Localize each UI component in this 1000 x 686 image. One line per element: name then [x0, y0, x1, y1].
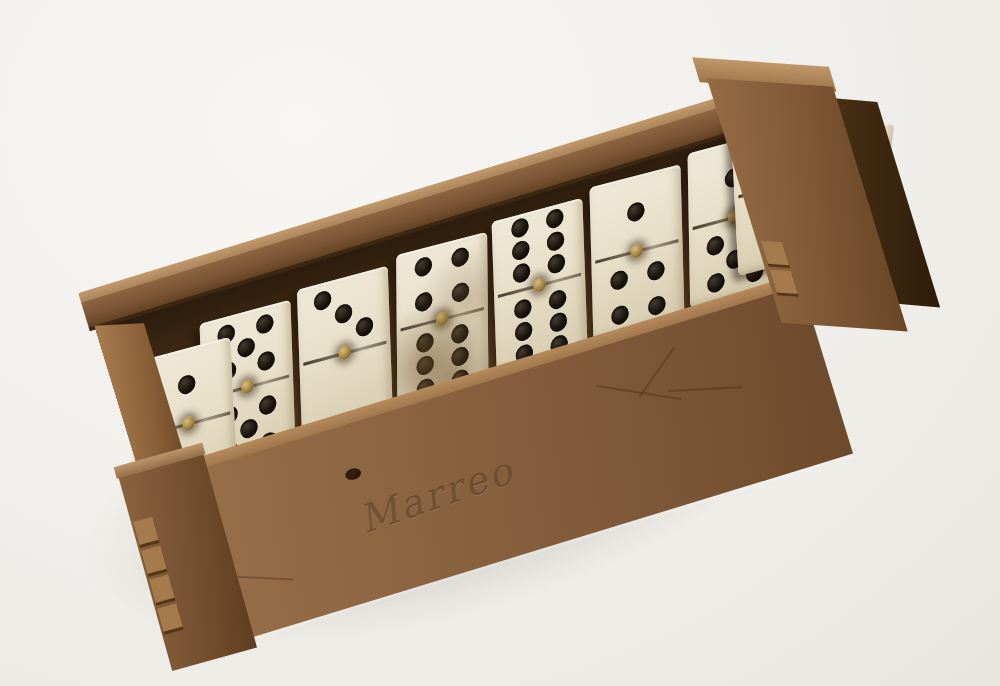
pip: [514, 320, 532, 343]
pip: [237, 336, 255, 359]
finger-joint: [761, 241, 789, 265]
pip: [452, 281, 470, 304]
spinner-icon: [241, 378, 254, 395]
pip: [177, 373, 195, 396]
photo-stage: Marreo: [0, 0, 1000, 686]
pip: [511, 217, 529, 240]
pip: [513, 298, 531, 321]
pip: [415, 290, 433, 313]
finger-joint: [133, 517, 159, 545]
pip: [355, 315, 373, 338]
domino-half-top: [403, 239, 481, 321]
pip: [706, 234, 724, 257]
pip: [240, 417, 258, 440]
pip: [416, 332, 434, 355]
domino-half-top: [596, 171, 675, 253]
pip: [414, 256, 432, 279]
scratch-mark: [596, 385, 681, 400]
inscription-text: Marreo: [297, 429, 576, 562]
spinner-icon: [436, 310, 449, 327]
spinner-icon: [338, 344, 351, 361]
pip: [452, 345, 470, 368]
pip: [451, 323, 469, 346]
pip: [647, 259, 665, 282]
pip: [256, 312, 274, 335]
spinner-icon: [182, 415, 195, 432]
scratch-mark: [668, 386, 742, 392]
pip: [627, 200, 645, 223]
pip: [549, 288, 567, 311]
pip: [511, 239, 529, 262]
pip: [416, 354, 434, 377]
finger-joint: [141, 546, 167, 574]
pip: [648, 294, 666, 317]
pip: [548, 252, 566, 275]
domino-half-top: [304, 273, 383, 355]
wood-knot: [344, 466, 363, 481]
pip: [314, 289, 332, 312]
finger-joint: [157, 603, 183, 631]
domino-half-top: [498, 205, 577, 287]
finger-joint: [770, 269, 798, 293]
pip: [512, 261, 530, 284]
pip: [452, 246, 470, 269]
pip: [334, 302, 352, 325]
pip: [707, 271, 725, 294]
spinner-icon: [533, 277, 546, 294]
spinner-icon: [630, 243, 643, 260]
pip: [610, 269, 628, 292]
pip: [547, 230, 565, 253]
pip: [257, 349, 275, 372]
pip: [259, 394, 277, 417]
finger-joint: [149, 574, 175, 602]
pip: [546, 207, 564, 230]
pip: [550, 311, 568, 334]
pip: [611, 304, 629, 327]
